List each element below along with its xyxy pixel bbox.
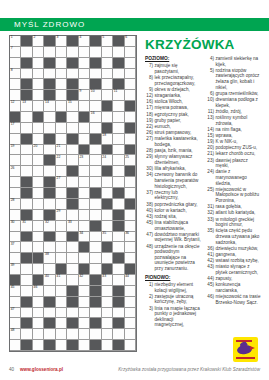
grid-cell[interactable] (90, 145, 101, 156)
grid-cell[interactable] (125, 308, 136, 319)
grid-cell[interactable] (56, 79, 67, 90)
grid-cell[interactable] (56, 232, 67, 243)
grid-cell[interactable] (79, 286, 90, 297)
grid-cell[interactable] (113, 123, 124, 134)
grid-cell[interactable] (113, 69, 124, 80)
grid-cell[interactable] (102, 297, 113, 308)
grid-cell[interactable] (113, 134, 124, 145)
grid-cell[interactable] (102, 177, 113, 188)
grid-cell[interactable] (79, 297, 90, 308)
blocked-cell (90, 188, 101, 199)
blocked-cell (44, 155, 55, 166)
grid-cell[interactable] (21, 145, 32, 156)
grid-cell[interactable] (33, 177, 44, 188)
clue-item: 30)lilia afrykańska, (145, 166, 201, 172)
grid-cell[interactable]: 46 (33, 286, 44, 297)
grid-cell[interactable] (90, 199, 101, 210)
grid-cell[interactable] (44, 123, 55, 134)
clue-text: pasja, bzik, mania, (155, 148, 202, 154)
grid-cell[interactable] (90, 308, 101, 319)
grid-cell[interactable] (33, 155, 44, 166)
grid-cell[interactable] (125, 318, 136, 329)
blocked-cell (44, 58, 55, 69)
grid-cell[interactable] (67, 155, 78, 166)
grid-cell[interactable]: 10 (90, 90, 101, 101)
grid-cell[interactable]: 43 (102, 275, 113, 286)
grid-cell[interactable] (33, 90, 44, 101)
grid-cell[interactable] (56, 318, 67, 329)
clue-number: 1) (145, 282, 155, 293)
grid-cell[interactable] (79, 340, 90, 351)
grid-cell[interactable] (125, 112, 136, 123)
blocked-cell (113, 318, 124, 329)
grid-cell[interactable] (125, 253, 136, 264)
grid-cell[interactable] (21, 264, 32, 275)
grid-cell[interactable] (102, 47, 113, 58)
grid-cell[interactable] (113, 275, 124, 286)
grid-cell[interactable]: 5 (102, 36, 113, 47)
grid-cell[interactable]: 2 (33, 36, 44, 47)
grid-cell[interactable] (21, 112, 32, 123)
grid-cell[interactable]: 32 (44, 221, 55, 232)
cell-number: 24 (102, 156, 106, 159)
cell-number: 30 (11, 221, 15, 224)
grid-cell[interactable] (56, 242, 67, 253)
grid-cell[interactable] (125, 210, 136, 221)
grid-cell[interactable]: 13 (21, 101, 32, 112)
logo-text-line-bottom (236, 357, 255, 359)
grid-cell[interactable] (67, 275, 78, 286)
blocked-cell (90, 221, 101, 232)
grid-cell[interactable] (113, 199, 124, 210)
grid-cell[interactable] (79, 69, 90, 80)
grid-cell[interactable] (33, 340, 44, 351)
blocked-cell (102, 101, 113, 112)
grid-cell[interactable] (125, 58, 136, 69)
grid-cell[interactable] (56, 253, 67, 264)
clue-text: K w NIK-u, (216, 139, 263, 145)
grid-cell[interactable] (90, 47, 101, 58)
grid-cell[interactable] (10, 58, 21, 69)
grid-cell[interactable]: 21 (56, 145, 67, 156)
grid-cell[interactable] (33, 199, 44, 210)
grid-cell[interactable] (56, 47, 67, 58)
grid-cell[interactable] (113, 166, 124, 177)
grid-cell[interactable] (113, 145, 124, 156)
clue-item: 2)zastępuje utraconą kończynę, zęby, (145, 294, 201, 305)
grid-cell[interactable] (44, 286, 55, 297)
cell-number: 23 (79, 156, 83, 159)
grid-cell[interactable] (56, 340, 67, 351)
blocked-cell (125, 199, 136, 210)
grid-cell[interactable]: 30 (10, 221, 21, 232)
grid-cell[interactable] (102, 318, 113, 329)
clue-text: ścięta część pędu drzewa używana jako sa… (216, 228, 263, 245)
grid-cell[interactable] (21, 166, 32, 177)
grid-cell[interactable] (21, 308, 32, 319)
grid-cell[interactable] (56, 90, 67, 101)
grid-cell[interactable] (56, 123, 67, 134)
cell-number: 29 (57, 210, 61, 213)
grid-cell[interactable] (56, 297, 67, 308)
grid-cell[interactable]: 25 (125, 155, 136, 166)
grid-cell[interactable] (79, 134, 90, 145)
grid-cell[interactable] (79, 308, 90, 319)
grid-cell[interactable] (10, 134, 21, 145)
blocked-cell (44, 36, 55, 47)
blocked-cell (67, 134, 78, 145)
grid-cell[interactable] (90, 177, 101, 188)
grid-cell[interactable] (125, 134, 136, 145)
grid-cell[interactable] (56, 69, 67, 80)
grid-cell[interactable] (67, 329, 78, 340)
grid-cell[interactable]: 7 (10, 47, 21, 58)
clue-item: 32)atlant lub kariatyda, (206, 210, 262, 216)
grid-cell[interactable]: 33 (67, 221, 78, 232)
grid-cell[interactable] (21, 286, 32, 297)
clue-number: 25) (206, 187, 216, 204)
grid-cell[interactable] (21, 47, 32, 58)
grid-cell[interactable] (113, 101, 124, 112)
clue-number: 30) (145, 166, 155, 172)
grid-cell[interactable] (102, 221, 113, 232)
grid-cell[interactable]: 16 (90, 112, 101, 123)
grid-cell[interactable] (10, 79, 21, 90)
grid-cell[interactable]: 29 (56, 210, 67, 221)
grid-cell[interactable] (10, 232, 21, 243)
grid-cell[interactable] (33, 101, 44, 112)
grid-cell[interactable] (79, 58, 90, 69)
grid-cell[interactable] (125, 221, 136, 232)
grid-cell[interactable] (113, 242, 124, 253)
clue-item: 37)rzeczny lub elektryczny, (145, 190, 201, 201)
grid-cell[interactable] (56, 329, 67, 340)
blocked-cell (90, 275, 101, 286)
site-link[interactable]: www.glosseniora.pl (20, 367, 63, 372)
blocked-cell (56, 112, 67, 123)
grid-cell[interactable] (10, 340, 21, 351)
grid-cell[interactable]: 40 (44, 275, 55, 286)
grid-cell[interactable] (90, 166, 101, 177)
grid-cell[interactable]: 23 (79, 155, 90, 166)
grid-cell[interactable] (21, 242, 32, 253)
clue-text: lekarz chorób oczu, (216, 151, 263, 157)
grid-cell[interactable] (113, 177, 124, 188)
clue-item: 45)konkurencja narciarska, (206, 282, 262, 293)
grid-cell[interactable]: 11 (113, 90, 124, 101)
grid-cell[interactable] (79, 123, 90, 134)
grid-cell[interactable] (79, 101, 90, 112)
grid-cell[interactable]: 48 (10, 329, 21, 340)
grid-cell[interactable] (56, 286, 67, 297)
grid-cell[interactable]: 15 (67, 101, 78, 112)
clue-number: 45) (145, 220, 155, 231)
cell-number: 36 (125, 232, 129, 235)
grid-cell[interactable] (67, 308, 78, 319)
grid-cell[interactable] (21, 199, 32, 210)
grid-cell[interactable] (33, 47, 44, 58)
clue-number: 23) (206, 158, 216, 169)
grid-cell[interactable]: 20 (33, 145, 44, 156)
clue-number: 17) (145, 105, 155, 111)
grid-cell[interactable] (10, 177, 21, 188)
blocked-cell (21, 253, 32, 264)
grid-cell[interactable] (90, 264, 101, 275)
grid-cell[interactable] (102, 90, 113, 101)
grid-cell[interactable] (102, 286, 113, 297)
grid-cell[interactable] (21, 329, 32, 340)
grid-cell[interactable]: 26 (10, 166, 21, 177)
grid-cell[interactable]: 18 (102, 134, 113, 145)
cell-number: 18 (102, 134, 106, 137)
grid-cell[interactable] (10, 210, 21, 221)
grid-cell[interactable] (56, 134, 67, 145)
grid-cell[interactable]: 34 (79, 232, 90, 243)
grid-cell[interactable] (90, 69, 101, 80)
grid-cell[interactable] (67, 210, 78, 221)
grid-cell[interactable] (79, 253, 90, 264)
grid-cell[interactable] (102, 58, 113, 69)
grid-cell[interactable] (90, 232, 101, 243)
grid-cell[interactable]: 28 (10, 199, 21, 210)
grid-cell[interactable] (44, 329, 55, 340)
grid-cell[interactable]: 27 (56, 177, 67, 188)
grid-cell[interactable]: 19 (10, 145, 21, 156)
blocked-cell (21, 79, 32, 90)
grid-cell[interactable] (102, 253, 113, 264)
grid-cell[interactable] (125, 69, 136, 80)
clue-item: 14)na nim flaga, (206, 127, 262, 133)
blocked-cell (44, 297, 55, 308)
clue-number: 4) (206, 56, 216, 67)
grid-cell[interactable] (33, 329, 44, 340)
grid-cell[interactable] (67, 112, 78, 123)
grid-cell[interactable] (33, 123, 44, 134)
grid-cell[interactable]: 42 (79, 275, 90, 286)
clue-text: poprzedniczka gitary, (155, 202, 202, 208)
crossword-grid: 1234567891011121314151617181920212223242… (9, 35, 137, 352)
grid-cell[interactable] (102, 69, 113, 80)
cell-number: 8 (11, 69, 13, 72)
clue-number: 27) (145, 136, 155, 147)
grid-cell[interactable] (44, 308, 55, 319)
grid-cell[interactable]: 8 (10, 69, 21, 80)
grid-cell[interactable] (10, 297, 21, 308)
grid-cell[interactable] (102, 210, 113, 221)
grid-cell[interactable] (79, 177, 90, 188)
cell-number: 37 (11, 243, 15, 246)
grid-cell[interactable] (21, 69, 32, 80)
grid-cell[interactable] (113, 155, 124, 166)
grid-cell[interactable] (33, 134, 44, 145)
grid-cell[interactable] (21, 155, 32, 166)
grid-cell[interactable] (125, 177, 136, 188)
grid-cell[interactable] (102, 340, 113, 351)
grid-cell[interactable]: 45 (10, 286, 21, 297)
grid-cell[interactable] (67, 123, 78, 134)
grid-cell[interactable] (21, 123, 32, 134)
grid-cell[interactable] (102, 329, 113, 340)
grid-cell[interactable] (44, 145, 55, 156)
grid-cell[interactable]: 14 (44, 101, 55, 112)
grid-cell[interactable] (67, 253, 78, 264)
clue-number: 32) (206, 210, 216, 216)
grid-cell[interactable] (33, 79, 44, 90)
grid-cell[interactable] (125, 297, 136, 308)
grid-cell[interactable] (125, 188, 136, 199)
clue-text: słynny włamywacz dżentelmen, (155, 154, 202, 165)
grid-cell[interactable] (33, 69, 44, 80)
grid-cell[interactable] (113, 232, 124, 243)
grid-cell[interactable]: 38 (44, 253, 55, 264)
clue-item: 38)poprzedniczka gitary, (145, 202, 201, 208)
grid-cell[interactable]: 9 (79, 90, 90, 101)
clue-number: 13) (206, 115, 216, 126)
clue-text: zastępuje utraconą kończynę, zęby, (155, 294, 202, 305)
cell-number: 44 (125, 275, 129, 278)
grid-cell[interactable] (79, 329, 90, 340)
grid-cell[interactable] (33, 188, 44, 199)
magazine-page: MYŚL ZDROWO 1234567891011121314151617181… (0, 0, 269, 380)
grid-cell[interactable] (113, 47, 124, 58)
grid-cell[interactable] (56, 101, 67, 112)
grid-cell[interactable] (125, 90, 136, 101)
grid-cell[interactable] (79, 199, 90, 210)
grid-cell[interactable] (56, 308, 67, 319)
clue-number: 8) (145, 75, 155, 86)
grid-cell[interactable] (90, 155, 101, 166)
grid-cell[interactable] (67, 177, 78, 188)
grid-cell[interactable] (79, 166, 90, 177)
clue-number: 45) (206, 282, 216, 293)
grid-cell[interactable] (10, 155, 21, 166)
grid-cell[interactable] (79, 221, 90, 232)
grid-cell[interactable] (33, 264, 44, 275)
grid-cell[interactable]: 22 (56, 155, 67, 166)
grid-cell[interactable]: 47 (10, 308, 21, 319)
grid-cell[interactable]: 36 (125, 232, 136, 243)
grid-cell[interactable]: 41 (56, 275, 67, 286)
grid-cell[interactable] (56, 221, 67, 232)
grid-cell[interactable] (102, 188, 113, 199)
grid-cell[interactable]: 24 (102, 155, 113, 166)
header-bar: MYŚL ZDROWO (0, 18, 269, 31)
grid-cell[interactable] (44, 112, 55, 123)
grid-cell[interactable] (113, 264, 124, 275)
clue-item: 43)rodzaj sita, (145, 214, 201, 220)
grid-cell[interactable] (90, 123, 101, 134)
grid-cell[interactable]: 39 (10, 264, 21, 275)
clue-item: 42)wstawi rozbitą szybę, (206, 258, 262, 264)
grid-cell[interactable] (33, 242, 44, 253)
grid-cell[interactable] (79, 188, 90, 199)
grid-cell[interactable] (90, 253, 101, 264)
grid-cell[interactable]: 37 (10, 242, 21, 253)
grid-cell[interactable] (67, 47, 78, 58)
clue-number: 33) (206, 217, 216, 228)
grid-cell[interactable] (125, 286, 136, 297)
puzzle-title: KRZYŻÓWKA (145, 37, 235, 52)
grid-cell[interactable] (90, 242, 101, 253)
grid-cell[interactable] (44, 166, 55, 177)
grid-cell[interactable] (44, 199, 55, 210)
grid-cell[interactable]: 44 (125, 275, 136, 286)
grid-cell[interactable] (33, 166, 44, 177)
grid-cell[interactable] (125, 242, 136, 253)
blocked-cell (113, 286, 124, 297)
clue-number: 40) (145, 208, 155, 214)
cell-number: 10 (91, 90, 95, 93)
grid-cell[interactable] (113, 308, 124, 319)
clue-number: 14) (206, 127, 216, 133)
grid-cell[interactable] (79, 47, 90, 58)
grid-cell[interactable]: 31 (21, 221, 32, 232)
grid-cell[interactable] (125, 329, 136, 340)
clue-item: 17)mięsna potrawa, (145, 105, 201, 111)
grid-cell[interactable] (33, 221, 44, 232)
grid-cell[interactable]: 4 (79, 36, 90, 47)
grid-cell[interactable] (67, 145, 78, 156)
clue-number: 19) (206, 139, 216, 145)
clue-item: 20)podopieczny ZUS-u, (206, 145, 262, 151)
grid-cell[interactable] (102, 79, 113, 90)
blocked-cell (33, 253, 44, 264)
cell-number: 15 (68, 101, 72, 104)
cell-number: 21 (57, 145, 61, 148)
grid-cell[interactable] (113, 112, 124, 123)
grid-cell[interactable] (102, 112, 113, 123)
grid-cell[interactable] (56, 58, 67, 69)
grid-cell[interactable] (125, 47, 136, 58)
grid-cell[interactable]: 35 (102, 232, 113, 243)
grid-cell[interactable]: 3 (56, 36, 67, 47)
grid-cell[interactable] (125, 79, 136, 90)
grid-cell[interactable] (44, 69, 55, 80)
cell-number: 17 (11, 123, 15, 126)
cell-number: 16 (91, 112, 95, 115)
grid-cell[interactable] (125, 340, 136, 351)
grid-cell[interactable] (56, 188, 67, 199)
grid-cell[interactable] (102, 308, 113, 319)
grid-cell[interactable] (33, 308, 44, 319)
grid-cell[interactable]: 6 (125, 36, 136, 47)
grid-cell[interactable]: 12 (10, 101, 21, 112)
grid-cell[interactable] (21, 275, 32, 286)
grid-cell[interactable] (67, 264, 78, 275)
grid-cell[interactable] (79, 318, 90, 329)
grid-cell[interactable] (33, 210, 44, 221)
blocked-cell (113, 297, 124, 308)
clue-item: 33)w mitologii greckiej bogini chmur, (206, 217, 262, 228)
blocked-cell (21, 177, 32, 188)
grid-cell[interactable] (44, 47, 55, 58)
clue-text: egzotyczny ptak, (155, 112, 202, 118)
blocked-cell (21, 134, 32, 145)
clue-item: 23)dawniej płaszcz męski, (206, 158, 262, 169)
grid-cell[interactable] (33, 318, 44, 329)
grid-cell[interactable] (79, 210, 90, 221)
grid-cell[interactable] (113, 329, 124, 340)
grid-cell[interactable]: 17 (10, 123, 21, 134)
grid-cell[interactable] (67, 242, 78, 253)
grid-cell[interactable] (90, 210, 101, 221)
grid-cell[interactable] (33, 232, 44, 243)
grid-cell[interactable] (67, 69, 78, 80)
grid-cell[interactable] (33, 58, 44, 69)
grid-cell[interactable] (90, 329, 101, 340)
clue-number: 20) (206, 145, 216, 151)
grid-cell[interactable] (33, 297, 44, 308)
